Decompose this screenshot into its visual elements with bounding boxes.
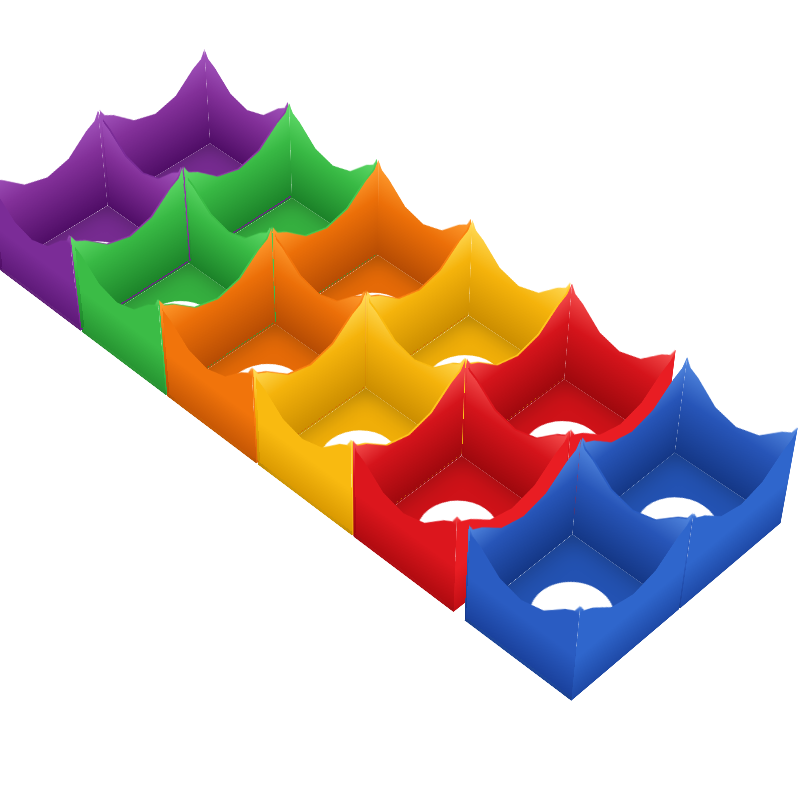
tray-scene (0, 0, 800, 800)
pit-blue-1 (465, 534, 679, 700)
product-photo (0, 0, 800, 800)
tray-strip (0, 143, 780, 700)
